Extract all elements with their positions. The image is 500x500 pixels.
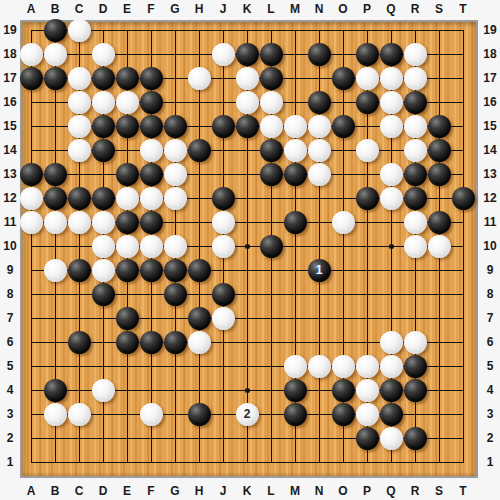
col-label-top-J: J xyxy=(220,2,227,16)
row-label-left-18: 18 xyxy=(3,47,16,61)
stone-white-R6[interactable] xyxy=(404,331,427,354)
row-label-right-5: 5 xyxy=(487,359,494,373)
stone-white-F14[interactable] xyxy=(140,139,163,162)
row-label-right-11: 11 xyxy=(484,215,497,229)
stone-black-A17[interactable] xyxy=(20,67,43,90)
stone-black-F16[interactable] xyxy=(140,91,163,114)
stone-white-Q2[interactable] xyxy=(380,427,403,450)
col-label-top-C: C xyxy=(75,2,84,16)
stone-white-C14[interactable] xyxy=(68,139,91,162)
grid-line xyxy=(31,318,464,319)
col-label-top-B: B xyxy=(51,2,60,16)
stone-white-O11[interactable] xyxy=(332,211,355,234)
stone-white-P3[interactable] xyxy=(356,403,379,426)
col-label-top-K: K xyxy=(243,2,252,16)
stone-white-Q16[interactable] xyxy=(380,91,403,114)
col-label-top-O: O xyxy=(338,2,347,16)
star-point xyxy=(389,244,394,249)
stone-black-S11[interactable] xyxy=(428,211,451,234)
stone-white-F10[interactable] xyxy=(140,235,163,258)
stone-black-E6[interactable] xyxy=(116,331,139,354)
stone-white-F12[interactable] xyxy=(140,187,163,210)
star-point xyxy=(245,244,250,249)
stone-black-H3[interactable] xyxy=(188,403,211,426)
stone-white-K16[interactable] xyxy=(236,91,259,114)
stone-white-J11[interactable] xyxy=(212,211,235,234)
stone-black-S14[interactable] xyxy=(428,139,451,162)
stone-black-E17[interactable] xyxy=(116,67,139,90)
col-label-top-P: P xyxy=(363,2,371,16)
row-label-left-3: 3 xyxy=(7,407,14,421)
grid-line xyxy=(463,30,464,463)
stone-black-M11[interactable] xyxy=(284,211,307,234)
stone-black-M13[interactable] xyxy=(284,163,307,186)
stone-white-F3[interactable] xyxy=(140,403,163,426)
stone-white-L15[interactable] xyxy=(260,115,283,138)
col-label-bottom-O: O xyxy=(338,484,347,498)
row-label-left-2: 2 xyxy=(7,431,14,445)
row-label-left-12: 12 xyxy=(3,191,16,205)
stone-black-E15[interactable] xyxy=(116,115,139,138)
col-label-top-N: N xyxy=(315,2,324,16)
stone-black-E9[interactable] xyxy=(116,259,139,282)
stone-white-Q5[interactable] xyxy=(380,355,403,378)
stone-black-F6[interactable] xyxy=(140,331,163,354)
stone-white-G14[interactable] xyxy=(164,139,187,162)
col-label-bottom-H: H xyxy=(195,484,204,498)
row-label-left-1: 1 xyxy=(7,455,14,469)
stone-white-P17[interactable] xyxy=(356,67,379,90)
stone-white-J10[interactable] xyxy=(212,235,235,258)
stone-white-C15[interactable] xyxy=(68,115,91,138)
row-label-right-13: 13 xyxy=(483,167,496,181)
col-label-top-T: T xyxy=(459,2,466,16)
stone-black-N9[interactable]: 1 xyxy=(308,259,331,282)
col-label-bottom-D: D xyxy=(99,484,108,498)
row-label-right-17: 17 xyxy=(483,71,496,85)
col-label-top-D: D xyxy=(99,2,108,16)
stone-white-R18[interactable] xyxy=(404,43,427,66)
row-label-right-18: 18 xyxy=(483,47,496,61)
stone-white-D4[interactable] xyxy=(92,379,115,402)
row-label-right-3: 3 xyxy=(487,407,494,421)
stone-black-P16[interactable] xyxy=(356,91,379,114)
row-label-left-6: 6 xyxy=(7,335,14,349)
col-label-top-G: G xyxy=(170,2,179,16)
stone-black-P12[interactable] xyxy=(356,187,379,210)
stone-black-L14[interactable] xyxy=(260,139,283,162)
stone-white-B3[interactable] xyxy=(44,403,67,426)
stone-black-F9[interactable] xyxy=(140,259,163,282)
stone-white-Q15[interactable] xyxy=(380,115,403,138)
stone-black-L10[interactable] xyxy=(260,235,283,258)
stone-black-R12[interactable] xyxy=(404,187,427,210)
stone-black-D15[interactable] xyxy=(92,115,115,138)
row-label-right-14: 14 xyxy=(483,143,496,157)
stone-black-R16[interactable] xyxy=(404,91,427,114)
stone-white-S10[interactable] xyxy=(428,235,451,258)
stone-black-K18[interactable] xyxy=(236,43,259,66)
stone-white-P14[interactable] xyxy=(356,139,379,162)
col-label-top-L: L xyxy=(267,2,274,16)
stone-white-G12[interactable] xyxy=(164,187,187,210)
row-label-right-19: 19 xyxy=(483,23,496,37)
stone-white-H6[interactable] xyxy=(188,331,211,354)
stone-black-C9[interactable] xyxy=(68,259,91,282)
col-label-top-S: S xyxy=(435,2,443,16)
stone-black-F17[interactable] xyxy=(140,67,163,90)
col-label-bottom-N: N xyxy=(315,484,324,498)
stone-white-Q6[interactable] xyxy=(380,331,403,354)
stone-black-O17[interactable] xyxy=(332,67,355,90)
stone-black-D12[interactable] xyxy=(92,187,115,210)
stone-black-N16[interactable] xyxy=(308,91,331,114)
stone-black-O3[interactable] xyxy=(332,403,355,426)
stone-white-D10[interactable] xyxy=(92,235,115,258)
row-label-right-16: 16 xyxy=(483,95,496,109)
stone-black-D14[interactable] xyxy=(92,139,115,162)
row-label-left-19: 19 xyxy=(3,23,16,37)
col-label-bottom-R: R xyxy=(411,484,420,498)
stone-black-L18[interactable] xyxy=(260,43,283,66)
stone-white-C3[interactable] xyxy=(68,403,91,426)
stone-white-Q17[interactable] xyxy=(380,67,403,90)
stone-black-E13[interactable] xyxy=(116,163,139,186)
move-number-label: 1 xyxy=(316,264,323,276)
row-label-right-1: 1 xyxy=(487,455,494,469)
stone-black-R2[interactable] xyxy=(404,427,427,450)
stone-black-C12[interactable] xyxy=(68,187,91,210)
stone-white-R10[interactable] xyxy=(404,235,427,258)
stone-black-M3[interactable] xyxy=(284,403,307,426)
stone-black-Q4[interactable] xyxy=(380,379,403,402)
stone-white-C17[interactable] xyxy=(68,67,91,90)
stone-black-Q3[interactable] xyxy=(380,403,403,426)
col-label-bottom-G: G xyxy=(170,484,179,498)
stone-black-R4[interactable] xyxy=(404,379,427,402)
stone-black-R13[interactable] xyxy=(404,163,427,186)
stone-white-E12[interactable] xyxy=(116,187,139,210)
row-label-left-9: 9 xyxy=(7,263,14,277)
row-label-left-10: 10 xyxy=(3,239,16,253)
grid-line xyxy=(31,462,464,463)
stone-white-G10[interactable] xyxy=(164,235,187,258)
stone-black-P18[interactable] xyxy=(356,43,379,66)
stone-white-A18[interactable] xyxy=(20,43,43,66)
row-label-right-10: 10 xyxy=(483,239,496,253)
stone-black-J15[interactable] xyxy=(212,115,235,138)
stone-black-G9[interactable] xyxy=(164,259,187,282)
stone-black-O4[interactable] xyxy=(332,379,355,402)
stone-black-A13[interactable] xyxy=(20,163,43,186)
stone-black-B17[interactable] xyxy=(44,67,67,90)
stone-black-H14[interactable] xyxy=(188,139,211,162)
row-label-left-15: 15 xyxy=(3,119,16,133)
stone-white-D9[interactable] xyxy=(92,259,115,282)
stone-white-O5[interactable] xyxy=(332,355,355,378)
stone-white-K17[interactable] xyxy=(236,67,259,90)
col-label-top-Q: Q xyxy=(386,2,395,16)
stone-white-B11[interactable] xyxy=(44,211,67,234)
stone-black-P2[interactable] xyxy=(356,427,379,450)
row-label-left-4: 4 xyxy=(7,383,14,397)
stone-black-K15[interactable] xyxy=(236,115,259,138)
col-label-bottom-J: J xyxy=(220,484,227,498)
stone-white-Q12[interactable] xyxy=(380,187,403,210)
row-label-left-5: 5 xyxy=(7,359,14,373)
stone-black-T12[interactable] xyxy=(452,187,475,210)
col-label-bottom-M: M xyxy=(290,484,300,498)
stone-black-H7[interactable] xyxy=(188,307,211,330)
col-label-bottom-B: B xyxy=(51,484,60,498)
stone-black-H9[interactable] xyxy=(188,259,211,282)
stone-white-R17[interactable] xyxy=(404,67,427,90)
col-label-top-E: E xyxy=(123,2,131,16)
row-label-left-8: 8 xyxy=(7,287,14,301)
row-label-right-12: 12 xyxy=(483,191,496,205)
stone-black-B13[interactable] xyxy=(44,163,67,186)
row-label-right-4: 4 xyxy=(487,383,494,397)
stone-black-G15[interactable] xyxy=(164,115,187,138)
col-label-bottom-A: A xyxy=(27,484,36,498)
stone-black-F13[interactable] xyxy=(140,163,163,186)
stone-black-B19[interactable] xyxy=(44,19,67,42)
row-label-left-7: 7 xyxy=(7,311,14,325)
row-label-right-8: 8 xyxy=(487,287,494,301)
stone-black-F11[interactable] xyxy=(140,211,163,234)
stone-white-P4[interactable] xyxy=(356,379,379,402)
col-label-bottom-L: L xyxy=(267,484,274,498)
stone-white-R14[interactable] xyxy=(404,139,427,162)
go-board-app: 12AABBCCDDEEFFGGHHJJKKLLMMNNOOPPQQRRSSTT… xyxy=(0,0,500,500)
stone-black-G6[interactable] xyxy=(164,331,187,354)
col-label-top-H: H xyxy=(195,2,204,16)
col-label-bottom-K: K xyxy=(243,484,252,498)
stone-black-E7[interactable] xyxy=(116,307,139,330)
col-label-top-F: F xyxy=(147,2,154,16)
stone-black-B4[interactable] xyxy=(44,379,67,402)
stone-white-E10[interactable] xyxy=(116,235,139,258)
stone-white-N14[interactable] xyxy=(308,139,331,162)
stone-black-M4[interactable] xyxy=(284,379,307,402)
row-label-right-15: 15 xyxy=(483,119,496,133)
stone-black-G8[interactable] xyxy=(164,283,187,306)
stone-white-J18[interactable] xyxy=(212,43,235,66)
stone-white-L16[interactable] xyxy=(260,91,283,114)
stone-white-D16[interactable] xyxy=(92,91,115,114)
stone-white-A11[interactable] xyxy=(20,211,43,234)
stone-white-N5[interactable] xyxy=(308,355,331,378)
stone-black-J12[interactable] xyxy=(212,187,235,210)
col-label-bottom-P: P xyxy=(363,484,371,498)
stone-black-N18[interactable] xyxy=(308,43,331,66)
stone-white-R11[interactable] xyxy=(404,211,427,234)
stone-black-L17[interactable] xyxy=(260,67,283,90)
row-label-right-7: 7 xyxy=(487,311,494,325)
star-point xyxy=(245,388,250,393)
col-label-top-M: M xyxy=(290,2,300,16)
stone-white-B9[interactable] xyxy=(44,259,67,282)
stone-black-R5[interactable] xyxy=(404,355,427,378)
stone-white-R15[interactable] xyxy=(404,115,427,138)
row-label-left-13: 13 xyxy=(3,167,16,181)
stone-white-K3[interactable]: 2 xyxy=(236,403,259,426)
stone-black-B12[interactable] xyxy=(44,187,67,210)
stone-black-J8[interactable] xyxy=(212,283,235,306)
row-label-right-9: 9 xyxy=(487,263,494,277)
stone-black-O15[interactable] xyxy=(332,115,355,138)
stone-black-S15[interactable] xyxy=(428,115,451,138)
col-label-bottom-C: C xyxy=(75,484,84,498)
stone-white-C19[interactable] xyxy=(68,19,91,42)
stone-white-E16[interactable] xyxy=(116,91,139,114)
stone-white-P5[interactable] xyxy=(356,355,379,378)
col-label-bottom-T: T xyxy=(459,484,466,498)
stone-white-M5[interactable] xyxy=(284,355,307,378)
stone-black-D8[interactable] xyxy=(92,283,115,306)
stone-white-C11[interactable] xyxy=(68,211,91,234)
row-label-right-2: 2 xyxy=(487,431,494,445)
col-label-top-R: R xyxy=(411,2,420,16)
stone-white-D18[interactable] xyxy=(92,43,115,66)
row-label-right-6: 6 xyxy=(487,335,494,349)
stone-white-A12[interactable] xyxy=(20,187,43,210)
stone-black-E11[interactable] xyxy=(116,211,139,234)
row-label-left-11: 11 xyxy=(4,215,17,229)
row-label-left-14: 14 xyxy=(3,143,16,157)
stone-white-M15[interactable] xyxy=(284,115,307,138)
stone-white-N15[interactable] xyxy=(308,115,331,138)
col-label-top-A: A xyxy=(27,2,36,16)
col-label-bottom-E: E xyxy=(123,484,131,498)
col-label-bottom-F: F xyxy=(147,484,154,498)
stone-white-B18[interactable] xyxy=(44,43,67,66)
row-label-left-16: 16 xyxy=(3,95,16,109)
stone-white-D11[interactable] xyxy=(92,211,115,234)
col-label-bottom-Q: Q xyxy=(386,484,395,498)
stone-black-F15[interactable] xyxy=(140,115,163,138)
stone-white-N13[interactable] xyxy=(308,163,331,186)
stone-black-C6[interactable] xyxy=(68,331,91,354)
stone-white-J7[interactable] xyxy=(212,307,235,330)
row-label-left-17: 17 xyxy=(3,71,16,85)
stone-white-G13[interactable] xyxy=(164,163,187,186)
move-number-label: 2 xyxy=(244,408,251,420)
stone-black-S13[interactable] xyxy=(428,163,451,186)
stone-white-M14[interactable] xyxy=(284,139,307,162)
stone-white-C16[interactable] xyxy=(68,91,91,114)
stone-black-D17[interactable] xyxy=(92,67,115,90)
stone-black-Q18[interactable] xyxy=(380,43,403,66)
stone-white-Q13[interactable] xyxy=(380,163,403,186)
col-label-bottom-S: S xyxy=(435,484,443,498)
stone-white-H17[interactable] xyxy=(188,67,211,90)
stone-black-L13[interactable] xyxy=(260,163,283,186)
